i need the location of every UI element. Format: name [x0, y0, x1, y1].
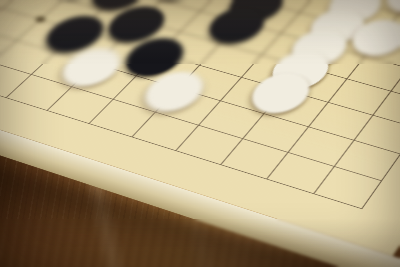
dof-blur-bottom	[0, 219, 400, 267]
dof-blur-top	[0, 0, 400, 64]
go-stone-white: ●	[238, 61, 328, 119]
photo-scene: ●●●●●●●●●●●●●●●●●●●●●●●●●●●●●●●●●●●●●●●●…	[0, 0, 400, 267]
